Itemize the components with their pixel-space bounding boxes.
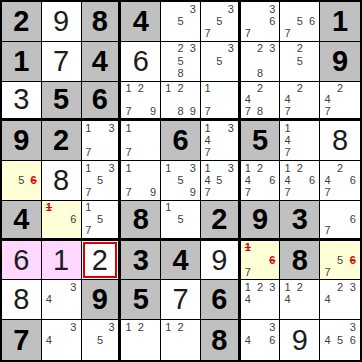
candidate-grid: 567 <box>281 3 318 40</box>
candidate: 6 <box>67 213 79 225</box>
candidate: 3 <box>67 281 79 293</box>
candidate: 7 <box>281 106 293 118</box>
cell-r3c7[interactable]: 2478 <box>241 82 281 122</box>
candidate: 3 <box>266 43 278 55</box>
candidate: 5 <box>294 55 306 67</box>
candidate-grid: 12 <box>162 321 199 359</box>
cell-r5c1[interactable]: 56 <box>2 161 42 201</box>
cell-r9c6[interactable]: 8 <box>201 320 241 360</box>
candidate: 1 <box>281 122 293 134</box>
candidate-grid: 124 <box>281 281 318 318</box>
candidate: 4 <box>242 94 254 106</box>
candidate: 2 <box>254 281 266 293</box>
candidate: 4 <box>321 174 334 186</box>
cell-r9c7[interactable]: 346 <box>241 320 281 360</box>
solved-digit: 7 <box>53 47 69 76</box>
cell-r1c1[interactable]: 2 <box>2 2 42 42</box>
cell-r9c3[interactable]: 35 <box>82 320 122 360</box>
candidate: 7 <box>321 106 334 118</box>
candidate: 2 <box>294 83 306 95</box>
candidate-grid: 35 <box>202 43 237 80</box>
cell-r1c5[interactable]: 35 <box>161 2 201 42</box>
cell-r1c9[interactable]: 1 <box>320 2 360 42</box>
cell-r3c8[interactable]: 247 <box>280 82 320 122</box>
candidate-grid: 346 <box>242 321 279 359</box>
candidate: 3 <box>67 321 79 334</box>
cell-r3c2[interactable]: 5 <box>42 82 82 122</box>
candidate: 1 <box>122 83 134 95</box>
candidate-grid: 12467 <box>281 162 318 199</box>
cell-r8c8[interactable]: 124 <box>280 280 320 320</box>
cell-r8c4[interactable]: 5 <box>121 280 161 320</box>
cell-r1c2[interactable]: 9 <box>42 2 82 42</box>
candidate: 1 <box>122 321 134 334</box>
given-digit: 8 <box>92 7 108 36</box>
cell-r6c6[interactable]: 2 <box>201 201 241 241</box>
cell-r4c9[interactable]: 8 <box>320 121 360 161</box>
candidate: 3 <box>106 162 118 174</box>
cell-r1c4[interactable]: 4 <box>121 2 161 42</box>
cell-r7c6[interactable]: 9 <box>201 241 241 281</box>
candidate: 1 <box>202 122 214 134</box>
solved-digit: 9 <box>53 7 69 36</box>
cell-r1c3[interactable]: 8 <box>82 2 122 42</box>
solved-digit: 6 <box>133 47 149 76</box>
candidate: 3 <box>106 321 118 334</box>
candidate-grid: 1359 <box>162 162 199 199</box>
given-digit: 9 <box>252 205 268 234</box>
cell-r9c5[interactable]: 12 <box>161 320 201 360</box>
candidate: 4 <box>321 94 334 106</box>
candidate: 3 <box>106 122 118 134</box>
cell-r4c7[interactable]: 5 <box>241 121 281 161</box>
candidate-grid: 12467 <box>242 162 279 199</box>
candidate: 6 <box>306 15 318 27</box>
candidate-grid: 2467 <box>321 162 359 199</box>
cell-r5c4[interactable]: 179 <box>121 161 161 201</box>
candidate: 5 <box>174 213 186 225</box>
candidate-grid: 3456 <box>321 321 359 359</box>
candidate-grid: 2358 <box>162 43 199 80</box>
solved-digit: 8 <box>332 126 348 155</box>
given-digit: 7 <box>13 326 29 355</box>
candidate: 3 <box>187 162 199 174</box>
candidate: 3 <box>346 281 359 293</box>
given-digit: 6 <box>211 285 227 314</box>
cell-r2c1[interactable]: 1 <box>2 42 42 82</box>
candidate: 2 <box>254 43 266 55</box>
candidate: 1 <box>162 162 174 174</box>
candidate: 5 <box>334 254 347 266</box>
eliminated-candidate: 6 <box>266 254 278 266</box>
cell-r9c4[interactable]: 12 <box>121 320 161 360</box>
candidate: 4 <box>202 174 214 186</box>
candidate: 1 <box>162 83 174 95</box>
candidate: 3 <box>225 122 237 134</box>
candidate: 6 <box>346 334 359 347</box>
cell-r2c9[interactable]: 9 <box>320 42 360 82</box>
candidate: 7 <box>122 106 134 118</box>
candidate: 1 <box>202 162 214 174</box>
candidate: 2 <box>294 162 306 174</box>
cell-r6c5[interactable]: 15 <box>161 201 201 241</box>
candidate-grid: 13457 <box>202 162 237 199</box>
solved-digit: 6 <box>13 246 29 275</box>
candidate: 3 <box>225 162 237 174</box>
candidate: 2 <box>254 83 266 95</box>
candidate: 1 <box>202 83 214 95</box>
candidate-grid: 34 <box>43 281 80 318</box>
candidate: 2 <box>174 321 186 334</box>
given-digit: 8 <box>292 246 308 275</box>
given-digit: 4 <box>92 47 108 76</box>
given-digit: 5 <box>133 285 149 314</box>
candidate: 7 <box>281 28 293 40</box>
candidate: 9 <box>187 106 199 118</box>
candidate: 1 <box>83 202 95 214</box>
candidate-grid: 147 <box>281 122 318 159</box>
candidate-grid: 35 <box>83 321 118 359</box>
candidate: 4 <box>281 174 293 186</box>
cell-r5c8[interactable]: 12467 <box>280 161 320 201</box>
candidate: 1 <box>162 202 174 214</box>
cell-r4c5[interactable]: 6 <box>161 121 201 161</box>
cell-r5c2[interactable]: 8 <box>42 161 82 201</box>
solved-digit: 8 <box>53 166 69 195</box>
cell-r5c9[interactable]: 2467 <box>320 161 360 201</box>
cell-r2c3[interactable]: 4 <box>82 42 122 82</box>
cell-r2c4[interactable]: 6 <box>121 42 161 82</box>
candidate-grid: 56 <box>3 162 40 199</box>
candidate: 8 <box>254 67 266 79</box>
candidate-grid: 35 <box>162 3 199 40</box>
cell-r2c7[interactable]: 238 <box>241 42 281 82</box>
candidate: 3 <box>266 3 278 15</box>
candidate: 7 <box>242 187 254 199</box>
candidate: 5 <box>174 55 186 67</box>
candidate: 9 <box>187 187 199 199</box>
cell-r5c5[interactable]: 1359 <box>161 161 201 201</box>
candidate-grid: 25 <box>281 43 318 80</box>
candidate-grid: 167 <box>242 242 279 279</box>
candidate-grid: 67 <box>321 202 359 237</box>
candidate: 7 <box>122 187 134 199</box>
candidate-grid: 12 <box>122 321 159 359</box>
cell-r8c5[interactable]: 7 <box>161 280 201 320</box>
candidate: 2 <box>174 83 186 95</box>
cell-r7c3[interactable]: 2 <box>82 241 122 281</box>
cell-r8c7[interactable]: 1234 <box>241 280 281 320</box>
candidate: 4 <box>202 135 214 147</box>
candidate: 5 <box>94 174 106 186</box>
candidate: 8 <box>174 106 186 118</box>
candidate: 1 <box>242 162 254 174</box>
candidate: 7 <box>122 147 134 159</box>
cell-r8c3[interactable]: 9 <box>82 280 122 320</box>
candidate: 7 <box>281 147 293 159</box>
cell-r1c7[interactable]: 367 <box>241 2 281 42</box>
cell-r5c6[interactable]: 13457 <box>201 161 241 201</box>
cell-r7c4[interactable]: 3 <box>121 241 161 281</box>
cell-r3c4[interactable]: 1279 <box>121 82 161 122</box>
candidate: 7 <box>202 28 214 40</box>
solved-digit: 9 <box>211 246 227 275</box>
candidate-grid: 1357 <box>83 162 118 199</box>
candidate: 5 <box>94 213 106 225</box>
candidate: 1 <box>83 162 95 174</box>
candidate: 5 <box>213 55 225 67</box>
candidate: 6 <box>266 174 278 186</box>
candidate: 4 <box>281 135 293 147</box>
candidate: 1 <box>242 281 254 293</box>
cell-r1c6[interactable]: 357 <box>201 2 241 42</box>
candidate: 5 <box>94 334 106 347</box>
candidate: 1 <box>83 122 95 134</box>
candidate-grid: 157 <box>83 202 118 237</box>
candidate: 3 <box>187 3 199 15</box>
solved-digit: 3 <box>13 85 29 114</box>
solved-digit: 7 <box>172 285 188 314</box>
cell-r8c1[interactable]: 8 <box>2 280 42 320</box>
candidate: 4 <box>43 294 55 306</box>
candidate: 3 <box>266 281 278 293</box>
candidate-grid: 1289 <box>162 83 199 118</box>
candidate: 2 <box>334 281 347 293</box>
cell-r6c1[interactable]: 4 <box>2 201 42 241</box>
cell-r6c4[interactable]: 8 <box>121 201 161 241</box>
solved-digit: 8 <box>13 285 29 314</box>
cell-r8c2[interactable]: 34 <box>42 280 82 320</box>
given-digit: 8 <box>133 205 149 234</box>
eliminated-candidate: 6 <box>28 174 40 186</box>
cell-r6c3[interactable]: 157 <box>82 201 122 241</box>
candidate: 4 <box>281 94 293 106</box>
candidate: 7 <box>321 266 334 278</box>
candidate: 6 <box>266 334 278 347</box>
cell-r7c7[interactable]: 167 <box>241 241 281 281</box>
candidate-grid: 247 <box>281 83 318 118</box>
cell-r7c8[interactable]: 8 <box>280 241 320 281</box>
candidate: 9 <box>147 187 159 199</box>
candidate-grid: 17 <box>202 83 237 118</box>
given-digit: 2 <box>13 7 29 36</box>
given-digit: 4 <box>133 7 149 36</box>
candidate: 2 <box>294 43 306 55</box>
candidate: 5 <box>213 174 225 186</box>
candidate: 7 <box>242 106 254 118</box>
candidate: 7 <box>242 28 254 40</box>
given-digit: 6 <box>172 126 188 155</box>
candidate-grid: 247 <box>321 83 359 118</box>
candidate: 7 <box>83 187 95 199</box>
given-digit: 1 <box>332 7 348 36</box>
candidate: 3 <box>187 43 199 55</box>
candidate: 7 <box>202 147 214 159</box>
candidate: 4 <box>43 334 55 347</box>
cell-r4c2[interactable]: 2 <box>42 121 82 161</box>
given-digit: 3 <box>292 205 308 234</box>
candidate: 7 <box>202 187 214 199</box>
solved-digit: 9 <box>292 326 308 355</box>
sudoku-board: 2984353573675671174623583523825935612791… <box>0 0 362 362</box>
candidate: 4 <box>321 334 334 347</box>
candidate-grid: 238 <box>242 43 279 80</box>
given-digit: 5 <box>53 85 69 114</box>
cell-r8c9[interactable]: 234 <box>320 280 360 320</box>
cell-r4c8[interactable]: 147 <box>280 121 320 161</box>
candidate: 9 <box>147 106 159 118</box>
candidate: 2 <box>254 162 266 174</box>
candidate-grid: 34 <box>43 321 80 359</box>
solved-digit: 1 <box>53 246 69 275</box>
candidate: 4 <box>281 294 293 306</box>
cell-r7c9[interactable]: 567 <box>320 241 360 281</box>
cell-r2c8[interactable]: 25 <box>280 42 320 82</box>
candidate: 1 <box>281 281 293 293</box>
cell-r5c3[interactable]: 1357 <box>82 161 122 201</box>
candidate: 3 <box>346 321 359 334</box>
candidate: 8 <box>254 106 266 118</box>
cell-r4c6[interactable]: 1347 <box>201 121 241 161</box>
candidate-grid: 16 <box>43 202 80 237</box>
candidate: 2 <box>135 321 147 334</box>
cell-r6c7[interactable]: 9 <box>241 201 281 241</box>
candidate-grid: 1347 <box>202 122 237 159</box>
cell-r7c5[interactable]: 4 <box>161 241 201 281</box>
candidate: 7 <box>242 266 254 278</box>
candidate-grid: 1234 <box>242 281 279 318</box>
candidate-grid: 367 <box>242 3 279 40</box>
candidate: 3 <box>225 43 237 55</box>
candidate: 2 <box>334 162 347 174</box>
candidate: 7 <box>83 225 95 237</box>
candidate: 2 <box>294 281 306 293</box>
candidate-grid: 15 <box>162 202 199 237</box>
cell-r3c9[interactable]: 247 <box>320 82 360 122</box>
cell-r2c2[interactable]: 7 <box>42 42 82 82</box>
candidate: 3 <box>225 3 237 15</box>
candidate: 4 <box>321 294 334 306</box>
candidate: 5 <box>294 15 306 27</box>
candidate-grid: 179 <box>122 162 159 199</box>
cell-r4c3[interactable]: 137 <box>82 121 122 161</box>
given-digit: 1 <box>13 47 29 76</box>
given-digit: 2 <box>211 205 227 234</box>
candidate: 8 <box>174 67 186 79</box>
given-digit: 8 <box>211 326 227 355</box>
candidate-grid: 567 <box>321 242 359 279</box>
given-digit: 9 <box>13 126 29 155</box>
candidate-grid: 1279 <box>122 83 159 118</box>
cell-r7c2[interactable]: 1 <box>42 241 82 281</box>
cell-r3c6[interactable]: 17 <box>201 82 241 122</box>
given-digit: 3 <box>133 246 149 275</box>
candidate: 1 <box>122 162 134 174</box>
candidate: 5 <box>15 174 27 186</box>
solved-digit: 2 <box>92 246 108 275</box>
cell-r3c3[interactable]: 6 <box>82 82 122 122</box>
given-digit: 5 <box>252 126 268 155</box>
candidate: 4 <box>242 294 254 306</box>
cell-r4c4[interactable]: 17 <box>121 121 161 161</box>
candidate: 6 <box>306 174 318 186</box>
cell-r2c6[interactable]: 35 <box>201 42 241 82</box>
eliminated-candidate: 6 <box>346 254 359 266</box>
cell-r9c1[interactable]: 7 <box>2 320 42 360</box>
candidate: 5 <box>334 334 347 347</box>
given-digit: 9 <box>332 47 348 76</box>
candidate: 2 <box>174 43 186 55</box>
cell-r6c9[interactable]: 67 <box>320 201 360 241</box>
given-digit: 2 <box>53 126 69 155</box>
candidate: 5 <box>174 174 186 186</box>
given-digit: 9 <box>92 285 108 314</box>
candidate: 1 <box>162 321 174 334</box>
cell-r9c8[interactable]: 9 <box>280 320 320 360</box>
cell-r9c2[interactable]: 34 <box>42 320 82 360</box>
candidate: 1 <box>281 162 293 174</box>
candidate: 4 <box>242 334 254 347</box>
given-digit: 4 <box>13 205 29 234</box>
cell-r8c6[interactable]: 6 <box>201 280 241 320</box>
candidate-grid: 357 <box>202 3 237 40</box>
candidate-grid: 234 <box>321 281 359 318</box>
candidate: 2 <box>135 83 147 95</box>
cell-r2c5[interactable]: 2358 <box>161 42 201 82</box>
eliminated-candidate: 1 <box>43 202 55 214</box>
candidate: 7 <box>281 187 293 199</box>
candidate: 2 <box>334 83 347 95</box>
candidate: 5 <box>213 15 225 27</box>
candidate: 7 <box>83 147 95 159</box>
candidate: 7 <box>321 187 334 199</box>
cell-r4c1[interactable]: 9 <box>2 121 42 161</box>
candidate: 6 <box>346 174 359 186</box>
cell-r3c1[interactable]: 3 <box>2 82 42 122</box>
cell-r1c8[interactable]: 567 <box>280 2 320 42</box>
candidate-grid: 17 <box>122 122 159 159</box>
candidate-grid: 137 <box>83 122 118 159</box>
candidate: 3 <box>266 321 278 334</box>
cell-r6c2[interactable]: 16 <box>42 201 82 241</box>
candidate: 4 <box>242 174 254 186</box>
cell-r3c5[interactable]: 1289 <box>161 82 201 122</box>
cell-r6c8[interactable]: 3 <box>280 201 320 241</box>
given-digit: 6 <box>92 85 108 114</box>
candidate: 6 <box>346 213 359 225</box>
candidate-grid: 2478 <box>242 83 279 118</box>
given-digit: 4 <box>172 246 188 275</box>
cell-r9c9[interactable]: 3456 <box>320 320 360 360</box>
cell-r7c1[interactable]: 6 <box>2 241 42 281</box>
candidate: 7 <box>202 106 214 118</box>
candidate: 1 <box>122 122 134 134</box>
eliminated-candidate: 1 <box>242 242 254 254</box>
candidate: 6 <box>266 15 278 27</box>
candidate: 5 <box>174 15 186 27</box>
cell-r5c7[interactable]: 12467 <box>241 161 281 201</box>
candidate: 7 <box>321 225 334 237</box>
